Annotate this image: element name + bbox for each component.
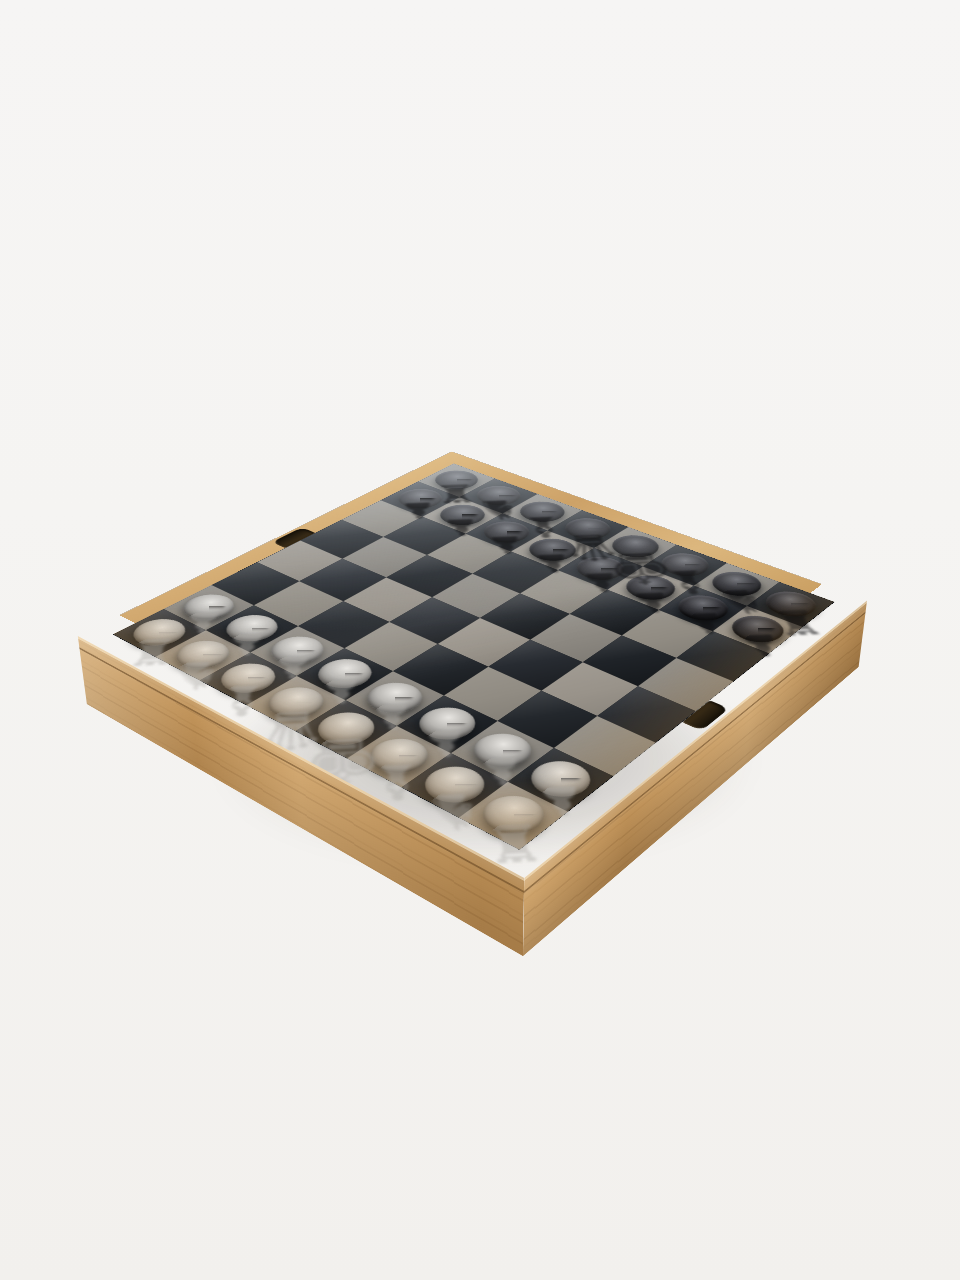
product-photo-stage: ♜♜♞♞♝♝♛♛♚♚♝♝♞♞♜♜♟♟♟♟♟♟♟♟♟♟♟♟♟♟♟♟♜♜♞♞♝♝♛♛… [0, 0, 960, 1280]
chess-box: ♜♜♞♞♝♝♛♛♚♚♝♝♞♞♜♜♟♟♟♟♟♟♟♟♟♟♟♟♟♟♟♟♜♜♞♞♝♝♛♛… [78, 452, 867, 878]
chess-box-lid: ♜♜♞♞♝♝♛♛♚♚♝♝♞♞♜♜♟♟♟♟♟♟♟♟♟♟♟♟♟♟♟♟♜♜♞♞♝♝♛♛… [78, 452, 867, 878]
chess-board: ♜♜♞♞♝♝♛♛♚♚♝♝♞♞♜♜♟♟♟♟♟♟♟♟♟♟♟♟♟♟♟♟♜♜♞♞♝♝♛♛… [113, 464, 835, 850]
pawn-glyph: ♟ [657, 587, 859, 634]
rook-glyph: ♜ [392, 755, 635, 821]
scene-3d: ♜♜♞♞♝♝♛♛♚♚♝♝♞♞♜♜♟♟♟♟♟♟♟♟♟♟♟♟♟♟♟♟♜♜♞♞♝♝♛♛… [0, 0, 960, 1280]
